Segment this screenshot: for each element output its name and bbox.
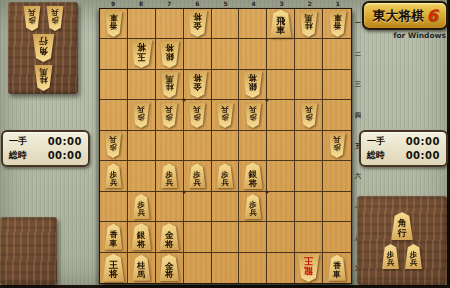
piece-銀将-gote[interactable]: 銀将: [159, 41, 180, 68]
piece-角行-gote[interactable]: 角行: [32, 34, 55, 62]
piece-wrapper: 玉将: [130, 40, 153, 68]
piece-wrapper: 香車: [104, 11, 123, 37]
tray-row: 桂馬: [34, 65, 53, 91]
piece-歩兵-gote[interactable]: 歩兵: [160, 103, 178, 128]
clock-total-time: 00:00: [406, 150, 440, 161]
piece-歩兵-gote[interactable]: 歩兵: [300, 103, 318, 128]
piece-kanji: 兵: [138, 105, 146, 113]
piece-kanji: 桂: [305, 21, 313, 29]
empty-piece-tray: [0, 217, 57, 285]
app-logo: 東大将棋 6: [362, 1, 448, 30]
piece-kanji: 兵: [333, 135, 341, 143]
piece-kanji: 将: [137, 240, 146, 249]
board-cell-9九[interactable]: 王将: [100, 253, 128, 283]
piece-wrapper: 銀将: [242, 71, 263, 98]
piece-龍王-gote[interactable]: 龍王: [297, 254, 320, 282]
board-cell-4一[interactable]: [239, 9, 267, 39]
piece-桂馬-gote[interactable]: 桂馬: [299, 11, 318, 37]
piece-wrapper: 歩兵: [160, 163, 178, 188]
clock-move-row: 一手 00:00: [9, 135, 82, 148]
piece-kanji: 将: [165, 43, 174, 52]
piece-王将-sente[interactable]: 王将: [102, 254, 125, 282]
piece-wrapper: 銀将: [159, 41, 180, 68]
row-label: 二: [353, 39, 363, 70]
piece-kanji: 兵: [28, 8, 36, 16]
piece-歩兵-sente[interactable]: 歩兵: [160, 163, 178, 188]
piece-香車-sente[interactable]: 香車: [104, 224, 123, 250]
board-cell-7四[interactable]: 歩兵: [156, 100, 184, 130]
piece-wrapper: 桂馬: [299, 11, 318, 37]
clock-panel-gote: 一手 00:00 総時 00:00: [1, 130, 90, 167]
column-label-9: 9: [99, 0, 127, 8]
piece-wrapper: 歩兵: [188, 163, 206, 188]
board-cell-8二[interactable]: 玉将: [128, 39, 156, 69]
board-cell-1八[interactable]: [323, 222, 351, 252]
board-cell-7八[interactable]: 金将: [156, 222, 184, 252]
piece-kanji: 兵: [305, 105, 313, 113]
captured-tray-sente[interactable]: 角行歩兵歩兵: [357, 196, 447, 285]
hoshi-dot: [182, 99, 185, 102]
piece-wrapper: 金将: [159, 223, 180, 250]
shogi-board[interactable]: 香車金将飛車桂馬香車玉将銀将桂馬金将銀将歩兵歩兵歩兵歩兵歩兵歩兵歩兵歩兵歩兵歩兵…: [99, 8, 352, 284]
hoshi-dot: [266, 190, 269, 193]
piece-kanji: 将: [165, 270, 174, 279]
piece-kanji: 玉: [137, 52, 146, 61]
piece-kanji: 龍: [304, 265, 313, 274]
piece-kanji: 兵: [110, 179, 118, 187]
piece-金将-gote[interactable]: 金将: [187, 71, 208, 98]
piece-wrapper: 歩兵: [46, 6, 64, 31]
piece-歩兵-gote[interactable]: 歩兵: [328, 133, 346, 158]
board-cell-8八[interactable]: 銀将: [128, 222, 156, 252]
piece-kanji: 馬: [305, 13, 313, 21]
board-cell-3八[interactable]: [267, 222, 295, 252]
piece-kanji: 兵: [221, 105, 229, 113]
piece-kanji: 馬: [39, 67, 47, 75]
piece-wrapper: 龍王: [297, 254, 320, 282]
piece-桂馬-gote[interactable]: 桂馬: [34, 65, 53, 91]
piece-kanji: 将: [249, 179, 258, 188]
board-cell-2九[interactable]: 龍王: [295, 253, 323, 283]
piece-kanji: 車: [333, 271, 341, 279]
board-cell-8七[interactable]: 歩兵: [128, 192, 156, 222]
board-cell-5三[interactable]: [212, 70, 240, 100]
piece-kanji: 車: [333, 13, 341, 21]
board-cell-2八[interactable]: [295, 222, 323, 252]
board-cell-3六[interactable]: [267, 161, 295, 191]
board-cell-6一[interactable]: 金将: [184, 9, 212, 39]
board-cell-6六[interactable]: 歩兵: [184, 161, 212, 191]
board-cell-5五[interactable]: [212, 131, 240, 161]
piece-kanji: 車: [109, 240, 117, 248]
piece-wrapper: 角行: [391, 212, 414, 240]
piece-kanji: 香: [109, 21, 117, 29]
board-cell-5一[interactable]: [212, 9, 240, 39]
piece-wrapper: 歩兵: [244, 194, 262, 219]
board-cell-6五[interactable]: [184, 131, 212, 161]
clock-move-row: 一手 00:00: [367, 135, 440, 148]
board-cell-4四[interactable]: 歩兵: [239, 100, 267, 130]
column-label-6: 6: [183, 0, 211, 8]
piece-歩兵-sente[interactable]: 歩兵: [188, 163, 206, 188]
piece-kanji: 兵: [387, 259, 395, 267]
board-cell-1一[interactable]: 香車: [323, 9, 351, 39]
row-label: 四: [353, 100, 363, 131]
piece-kanji: 兵: [221, 179, 229, 187]
board-cell-9四[interactable]: [100, 100, 128, 130]
piece-銀将-sente[interactable]: 銀将: [242, 162, 263, 189]
piece-kanji: 車: [109, 13, 117, 21]
board-cell-2四[interactable]: 歩兵: [295, 100, 323, 130]
board-cell-7二[interactable]: 銀将: [156, 39, 184, 69]
piece-wrapper: 歩兵: [132, 194, 150, 219]
board-cell-7三[interactable]: 桂馬: [156, 70, 184, 100]
piece-kanji: 馬: [137, 271, 145, 279]
board-cell-6九[interactable]: [184, 253, 212, 283]
clock-move-time: 00:00: [406, 136, 440, 147]
piece-kanji: 行: [398, 229, 407, 238]
piece-歩兵-sente[interactable]: 歩兵: [405, 244, 423, 269]
hoshi-dot: [182, 190, 185, 193]
piece-kanji: 車: [276, 26, 285, 35]
clock-total-row: 総時 00:00: [367, 149, 440, 162]
piece-kanji: 歩: [333, 143, 341, 151]
board-cell-4九[interactable]: [239, 253, 267, 283]
column-label-3: 3: [268, 0, 296, 8]
piece-wrapper: 歩兵: [244, 103, 262, 128]
row-label: 三: [353, 69, 363, 100]
piece-kanji: 兵: [249, 209, 257, 217]
board-cell-2三[interactable]: [295, 70, 323, 100]
piece-香車-sente[interactable]: 香車: [328, 255, 347, 281]
board-cell-7七[interactable]: [156, 192, 184, 222]
board-cell-8一[interactable]: [128, 9, 156, 39]
piece-wrapper: 歩兵: [132, 103, 150, 128]
clock-move-label: 一手: [9, 135, 27, 148]
board-cell-9八[interactable]: 香車: [100, 222, 128, 252]
column-label-2: 2: [296, 0, 324, 8]
piece-kanji: 銀: [249, 82, 258, 91]
piece-桂馬-sente[interactable]: 桂馬: [132, 255, 151, 281]
board-cell-1七[interactable]: [323, 192, 351, 222]
piece-wrapper: 香車: [104, 224, 123, 250]
clock-move-label: 一手: [367, 135, 385, 148]
clock-move-time: 00:00: [48, 136, 82, 147]
piece-歩兵-sente[interactable]: 歩兵: [382, 244, 400, 269]
hoshi-dot: [266, 99, 269, 102]
board-cell-4七[interactable]: 歩兵: [239, 192, 267, 222]
app-logo-subtitle: for Windows: [384, 31, 446, 40]
board-cell-5七[interactable]: [212, 192, 240, 222]
piece-kanji: 兵: [193, 105, 201, 113]
piece-wrapper: 飛車: [269, 10, 292, 38]
piece-金将-sente[interactable]: 金将: [159, 223, 180, 250]
piece-wrapper: 銀将: [131, 223, 152, 250]
clock-total-label: 総時: [9, 149, 27, 162]
piece-歩兵-gote[interactable]: 歩兵: [132, 103, 150, 128]
piece-歩兵-sente[interactable]: 歩兵: [216, 163, 234, 188]
piece-kanji: 将: [165, 240, 174, 249]
column-label-8: 8: [127, 0, 155, 8]
piece-歩兵-sente[interactable]: 歩兵: [104, 163, 122, 188]
piece-kanji: 兵: [193, 179, 201, 187]
board-cell-1三[interactable]: [323, 70, 351, 100]
piece-kanji: 兵: [165, 105, 173, 113]
piece-wrapper: 歩兵: [405, 244, 423, 269]
piece-金将-gote[interactable]: 金将: [187, 10, 208, 37]
board-cell-7五[interactable]: [156, 131, 184, 161]
board-cell-6二[interactable]: [184, 39, 212, 69]
piece-kanji: 将: [193, 73, 202, 82]
piece-歩兵-sente[interactable]: 歩兵: [244, 194, 262, 219]
piece-kanji: 兵: [165, 179, 173, 187]
piece-wrapper: 歩兵: [216, 103, 234, 128]
app-logo-title: 東大将棋: [372, 7, 424, 25]
piece-歩兵-gote[interactable]: 歩兵: [188, 103, 206, 128]
clock-total-label: 総時: [367, 149, 385, 162]
tray-row: 角行: [32, 34, 55, 62]
piece-kanji: 将: [249, 73, 258, 82]
column-label-7: 7: [155, 0, 183, 8]
piece-kanji: 将: [193, 12, 202, 21]
clock-total-row: 総時 00:00: [9, 149, 82, 162]
board-cell-3四[interactable]: [267, 100, 295, 130]
board-cell-7一[interactable]: [156, 9, 184, 39]
tray-row: 歩兵歩兵: [382, 244, 423, 269]
board-cell-2六[interactable]: [295, 161, 323, 191]
piece-kanji: 兵: [410, 259, 418, 267]
board-cell-3三[interactable]: [267, 70, 295, 100]
board-cell-5九[interactable]: [212, 253, 240, 283]
piece-wrapper: 歩兵: [382, 244, 400, 269]
board-cell-5四[interactable]: 歩兵: [212, 100, 240, 130]
column-label-4: 4: [240, 0, 268, 8]
board-cell-4五[interactable]: [239, 131, 267, 161]
piece-wrapper: 歩兵: [160, 103, 178, 128]
piece-銀将-gote[interactable]: 銀将: [242, 71, 263, 98]
board-cell-8五[interactable]: [128, 131, 156, 161]
board-cell-9三[interactable]: [100, 70, 128, 100]
board-cell-1五[interactable]: 歩兵: [323, 131, 351, 161]
piece-金将-sente[interactable]: 金将: [159, 254, 180, 281]
board-cell-5八[interactable]: [212, 222, 240, 252]
board-cell-3九[interactable]: [267, 253, 295, 283]
board-cell-4六[interactable]: 銀将: [239, 161, 267, 191]
board-cell-5六[interactable]: 歩兵: [212, 161, 240, 191]
board-cell-7六[interactable]: 歩兵: [156, 161, 184, 191]
board-cell-2二[interactable]: [295, 39, 323, 69]
column-labels: 987654321: [99, 0, 352, 8]
piece-wrapper: 桂馬: [132, 255, 151, 281]
board-cell-7九[interactable]: 金将: [156, 253, 184, 283]
piece-kanji: 兵: [249, 105, 257, 113]
piece-歩兵-gote[interactable]: 歩兵: [216, 103, 234, 128]
board-cell-8九[interactable]: 桂馬: [128, 253, 156, 283]
piece-kanji: 金: [193, 82, 202, 91]
piece-kanji: 兵: [110, 135, 118, 143]
board-cell-6四[interactable]: 歩兵: [184, 100, 212, 130]
piece-wrapper: 歩兵: [23, 6, 41, 31]
board-cell-2七[interactable]: [295, 192, 323, 222]
board-cell-3一[interactable]: 飛車: [267, 9, 295, 39]
piece-歩兵-sente[interactable]: 歩兵: [132, 194, 150, 219]
board-cell-8三[interactable]: [128, 70, 156, 100]
piece-wrapper: 歩兵: [216, 163, 234, 188]
column-label-5: 5: [211, 0, 239, 8]
piece-wrapper: 歩兵: [300, 103, 318, 128]
piece-kanji: 将: [137, 42, 146, 51]
board-cell-8四[interactable]: 歩兵: [128, 100, 156, 130]
piece-wrapper: 桂馬: [34, 65, 53, 91]
piece-kanji: 王: [304, 256, 313, 265]
piece-歩兵-gote[interactable]: 歩兵: [244, 103, 262, 128]
app-window: 987654321 一二三四五六七八九 香車金将飛車桂馬香車玉将銀将桂馬金将銀将…: [0, 0, 450, 288]
piece-wrapper: 銀将: [242, 162, 263, 189]
board-cell-9七[interactable]: [100, 192, 128, 222]
piece-wrapper: 角行: [32, 34, 55, 62]
piece-kanji: 香: [333, 21, 341, 29]
board-cell-4二[interactable]: [239, 39, 267, 69]
piece-wrapper: 金将: [159, 254, 180, 281]
board-cell-1九[interactable]: 香車: [323, 253, 351, 283]
piece-飛車-sente[interactable]: 飛車: [269, 10, 292, 38]
tray-row: 歩兵歩兵: [23, 6, 64, 31]
piece-歩兵-gote[interactable]: 歩兵: [23, 6, 41, 31]
piece-wrapper: 金将: [187, 71, 208, 98]
captured-tray-gote[interactable]: 歩兵歩兵角行桂馬: [8, 2, 78, 94]
piece-wrapper: 歩兵: [188, 103, 206, 128]
board-cell-3七[interactable]: [267, 192, 295, 222]
piece-wrapper: 桂馬: [160, 72, 179, 98]
piece-kanji: 兵: [138, 209, 146, 217]
board-cell-3五[interactable]: [267, 131, 295, 161]
piece-角行-sente[interactable]: 角行: [391, 212, 414, 240]
board-cell-6三[interactable]: 金将: [184, 70, 212, 100]
board-cell-5二[interactable]: [212, 39, 240, 69]
board-cell-6八[interactable]: [184, 222, 212, 252]
column-label-1: 1: [324, 0, 352, 8]
piece-歩兵-gote[interactable]: 歩兵: [104, 133, 122, 158]
piece-kanji: 兵: [51, 8, 59, 16]
app-logo-version: 6: [426, 6, 437, 25]
clock-total-time: 00:00: [48, 150, 82, 161]
board-cell-2一[interactable]: 桂馬: [295, 9, 323, 39]
board-cell-1四[interactable]: [323, 100, 351, 130]
board-cell-1二[interactable]: [323, 39, 351, 69]
piece-kanji: 行: [39, 36, 48, 45]
board-cell-1六[interactable]: [323, 161, 351, 191]
piece-香車-gote[interactable]: 香車: [104, 11, 123, 37]
piece-kanji: 角: [39, 45, 48, 54]
board-cell-6七[interactable]: [184, 192, 212, 222]
board-cell-2五[interactable]: [295, 131, 323, 161]
board-cell-9二[interactable]: [100, 39, 128, 69]
piece-wrapper: 香車: [328, 255, 347, 281]
board-cell-3二[interactable]: [267, 39, 295, 69]
board-cell-4八[interactable]: [239, 222, 267, 252]
board-cell-9一[interactable]: 香車: [100, 9, 128, 39]
piece-wrapper: 王将: [102, 254, 125, 282]
piece-wrapper: 香車: [328, 11, 347, 37]
piece-wrapper: 歩兵: [328, 133, 346, 158]
piece-桂馬-gote[interactable]: 桂馬: [160, 72, 179, 98]
clock-panel-sente: 一手 00:00 総時 00:00: [359, 130, 448, 167]
board-cell-4三[interactable]: 銀将: [239, 70, 267, 100]
piece-銀将-sente[interactable]: 銀将: [131, 223, 152, 250]
piece-wrapper: 歩兵: [104, 133, 122, 158]
piece-kanji: 馬: [165, 74, 173, 82]
piece-kanji: 金: [193, 21, 202, 30]
piece-kanji: 桂: [165, 82, 173, 90]
piece-kanji: 将: [109, 270, 118, 279]
piece-玉将-gote[interactable]: 玉将: [130, 40, 153, 68]
tray-row: 角行: [391, 212, 414, 240]
piece-kanji: 歩: [110, 143, 118, 151]
board-cell-9五[interactable]: 歩兵: [100, 131, 128, 161]
piece-wrapper: 金将: [187, 10, 208, 37]
board-cell-8六[interactable]: [128, 161, 156, 191]
piece-wrapper: 歩兵: [104, 163, 122, 188]
piece-歩兵-gote[interactable]: 歩兵: [46, 6, 64, 31]
board-cell-9六[interactable]: 歩兵: [100, 161, 128, 191]
piece-香車-gote[interactable]: 香車: [328, 11, 347, 37]
